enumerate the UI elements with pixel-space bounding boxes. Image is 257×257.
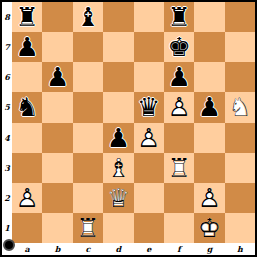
file-label-b: b xyxy=(42,243,72,255)
rank-label-5: 5 xyxy=(2,92,12,122)
square-c3[interactable] xyxy=(73,153,103,183)
rank-label-7: 7 xyxy=(2,32,12,62)
square-e1[interactable] xyxy=(134,213,164,243)
square-b7[interactable] xyxy=(42,32,72,62)
square-c2[interactable] xyxy=(73,183,103,213)
square-g4[interactable] xyxy=(194,123,224,153)
white-pawn-icon[interactable]: ♟♙ xyxy=(134,123,164,153)
rank-label-4: 4 xyxy=(2,123,12,153)
square-a2[interactable]: ♟♙ xyxy=(12,183,42,213)
square-d8[interactable] xyxy=(103,2,133,32)
white-rook-icon[interactable]: ♜♖ xyxy=(164,153,194,183)
white-pawn-icon[interactable]: ♟♙ xyxy=(194,183,224,213)
square-d5[interactable] xyxy=(103,92,133,122)
square-f1[interactable] xyxy=(164,213,194,243)
square-f8[interactable]: ♜ xyxy=(164,2,194,32)
piece-outline-layer: ♕ xyxy=(103,183,133,213)
file-label-g: g xyxy=(194,243,224,255)
square-a7[interactable]: ♟ xyxy=(12,32,42,62)
white-rook-icon[interactable]: ♜♖ xyxy=(73,213,103,243)
piece-outline-layer: ♙ xyxy=(164,92,194,122)
white-king-icon[interactable]: ♚♔ xyxy=(194,213,224,243)
rank-label-6: 6 xyxy=(2,62,12,92)
square-b6[interactable]: ♟ xyxy=(42,62,72,92)
square-a3[interactable] xyxy=(12,153,42,183)
square-h2[interactable] xyxy=(225,183,255,213)
square-b8[interactable] xyxy=(42,2,72,32)
black-pawn-icon[interactable]: ♟ xyxy=(103,123,133,153)
square-e8[interactable] xyxy=(134,2,164,32)
board-content: 87654321 ♜♝♜♟♚♟♟♞♛♟♙♟♞♘♟♟♙♝♗♜♖♟♙♛♕♟♙♜♖♚♔… xyxy=(2,2,255,255)
white-pawn-icon[interactable]: ♟♙ xyxy=(164,92,194,122)
square-b1[interactable] xyxy=(42,213,72,243)
piece-outline-layer: ♖ xyxy=(164,153,194,183)
piece-outline-layer: ♘ xyxy=(225,92,255,122)
piece-outline-layer: ♙ xyxy=(194,183,224,213)
black-pawn-icon[interactable]: ♟ xyxy=(164,62,194,92)
square-g5[interactable]: ♟ xyxy=(194,92,224,122)
square-a6[interactable] xyxy=(12,62,42,92)
square-e4[interactable]: ♟♙ xyxy=(134,123,164,153)
piece-outline-layer: ♙ xyxy=(12,183,42,213)
square-d2[interactable]: ♛♕ xyxy=(103,183,133,213)
file-label-h: h xyxy=(225,243,255,255)
black-pawn-icon[interactable]: ♟ xyxy=(194,92,224,122)
square-c4[interactable] xyxy=(73,123,103,153)
square-f6[interactable]: ♟ xyxy=(164,62,194,92)
square-d6[interactable] xyxy=(103,62,133,92)
white-bishop-icon[interactable]: ♝♗ xyxy=(103,153,133,183)
square-f7[interactable]: ♚ xyxy=(164,32,194,62)
file-label-d: d xyxy=(103,243,133,255)
black-pawn-icon[interactable]: ♟ xyxy=(12,32,42,62)
square-e3[interactable] xyxy=(134,153,164,183)
file-label-f: f xyxy=(164,243,194,255)
piece-outline-layer: ♙ xyxy=(134,123,164,153)
square-b3[interactable] xyxy=(42,153,72,183)
square-h5[interactable]: ♞♘ xyxy=(225,92,255,122)
square-e6[interactable] xyxy=(134,62,164,92)
rank-label-2: 2 xyxy=(2,183,12,213)
file-label-c: c xyxy=(73,243,103,255)
square-h6[interactable] xyxy=(225,62,255,92)
black-knight-icon[interactable]: ♞ xyxy=(12,92,42,122)
square-e7[interactable] xyxy=(134,32,164,62)
black-king-icon[interactable]: ♚ xyxy=(164,32,194,62)
square-b2[interactable] xyxy=(42,183,72,213)
white-pawn-icon[interactable]: ♟♙ xyxy=(12,183,42,213)
square-h7[interactable] xyxy=(225,32,255,62)
square-c8[interactable]: ♝ xyxy=(73,2,103,32)
file-label-e: e xyxy=(134,243,164,255)
black-pawn-icon[interactable]: ♟ xyxy=(42,62,72,92)
square-d3[interactable]: ♝♗ xyxy=(103,153,133,183)
piece-outline-layer: ♔ xyxy=(194,213,224,243)
white-queen-icon[interactable]: ♛♕ xyxy=(103,183,133,213)
square-g8[interactable] xyxy=(194,2,224,32)
black-to-move-indicator-icon xyxy=(3,239,15,251)
square-g3[interactable] xyxy=(194,153,224,183)
square-g6[interactable] xyxy=(194,62,224,92)
square-d4[interactable]: ♟ xyxy=(103,123,133,153)
square-f3[interactable]: ♜♖ xyxy=(164,153,194,183)
square-g7[interactable] xyxy=(194,32,224,62)
black-rook-icon[interactable]: ♜ xyxy=(12,2,42,32)
square-c5[interactable] xyxy=(73,92,103,122)
square-e2[interactable] xyxy=(134,183,164,213)
square-c6[interactable] xyxy=(73,62,103,92)
square-d1[interactable] xyxy=(103,213,133,243)
black-bishop-icon[interactable]: ♝ xyxy=(73,2,103,32)
square-f5[interactable]: ♟♙ xyxy=(164,92,194,122)
square-f2[interactable] xyxy=(164,183,194,213)
square-a8[interactable]: ♜ xyxy=(12,2,42,32)
rank-label-3: 3 xyxy=(2,153,12,183)
square-h8[interactable] xyxy=(225,2,255,32)
square-a1[interactable] xyxy=(12,213,42,243)
square-h4[interactable] xyxy=(225,123,255,153)
square-c7[interactable] xyxy=(73,32,103,62)
black-rook-icon[interactable]: ♜ xyxy=(164,2,194,32)
square-g2[interactable]: ♟♙ xyxy=(194,183,224,213)
rank-label-8: 8 xyxy=(2,2,12,32)
white-knight-icon[interactable]: ♞♘ xyxy=(225,92,255,122)
square-h1[interactable] xyxy=(225,213,255,243)
square-c1[interactable]: ♜♖ xyxy=(73,213,103,243)
piece-outline-layer: ♗ xyxy=(103,153,133,183)
square-a4[interactable] xyxy=(12,123,42,153)
square-d7[interactable] xyxy=(103,32,133,62)
rank-labels: 87654321 xyxy=(2,2,12,243)
black-queen-icon[interactable]: ♛ xyxy=(134,92,164,122)
square-f4[interactable] xyxy=(164,123,194,153)
piece-outline-layer: ♖ xyxy=(73,213,103,243)
square-g1[interactable]: ♚♔ xyxy=(194,213,224,243)
file-label-a: a xyxy=(12,243,42,255)
board: ♜♝♜♟♚♟♟♞♛♟♙♟♞♘♟♟♙♝♗♜♖♟♙♛♕♟♙♜♖♚♔ xyxy=(12,2,255,243)
file-labels: abcdefgh xyxy=(12,243,255,255)
square-a5[interactable]: ♞ xyxy=(12,92,42,122)
square-h3[interactable] xyxy=(225,153,255,183)
chess-diagram: 87654321 ♜♝♜♟♚♟♟♞♛♟♙♟♞♘♟♟♙♝♗♜♖♟♙♛♕♟♙♜♖♚♔… xyxy=(0,0,257,257)
square-e5[interactable]: ♛ xyxy=(134,92,164,122)
square-b4[interactable] xyxy=(42,123,72,153)
square-b5[interactable] xyxy=(42,92,72,122)
